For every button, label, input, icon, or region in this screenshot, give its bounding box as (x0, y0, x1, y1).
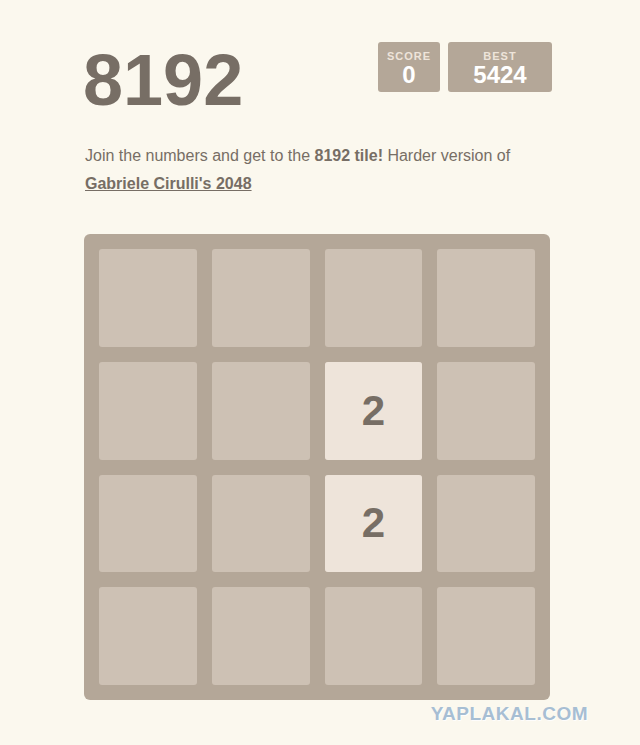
score-value: 0 (378, 62, 440, 88)
tile-2: 2 (325, 475, 423, 573)
board-cell (437, 362, 535, 460)
board-cell (212, 587, 310, 685)
page: 8192 SCORE 0 BEST 5424 Join the numbers … (0, 0, 640, 745)
description-text: Join the numbers and get to the (85, 147, 314, 164)
original-game-link[interactable]: Gabriele Cirulli's 2048 (85, 175, 252, 192)
game-description: Join the numbers and get to the 8192 til… (85, 142, 585, 198)
board-cell (99, 249, 197, 347)
best-value: 5424 (448, 62, 552, 88)
board-cell (325, 587, 423, 685)
board-cell (212, 249, 310, 347)
board-cell: 2 (325, 475, 423, 573)
description-goal: 8192 tile! (314, 147, 382, 164)
score-panel: SCORE 0 BEST 5424 (378, 42, 552, 92)
description-text-after: Harder version of (383, 147, 510, 164)
board-cell (212, 362, 310, 460)
game-board[interactable]: 22 (84, 234, 550, 700)
board-cell: 2 (325, 362, 423, 460)
board-cell (212, 475, 310, 573)
board-cell (99, 587, 197, 685)
watermark: YAPLAKAL.COM (431, 703, 588, 725)
board-cell (325, 249, 423, 347)
game-title: 8192 (83, 44, 243, 116)
board-cell (99, 362, 197, 460)
board-cell (437, 249, 535, 347)
tile-2: 2 (325, 362, 423, 460)
board-cell (437, 587, 535, 685)
board-cell (437, 475, 535, 573)
best-box: BEST 5424 (448, 42, 552, 92)
score-box: SCORE 0 (378, 42, 440, 92)
board-cell (99, 475, 197, 573)
